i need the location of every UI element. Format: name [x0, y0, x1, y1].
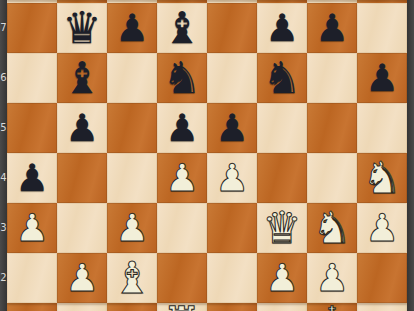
rank-label-3: 3: [0, 223, 7, 233]
square-a1[interactable]: [7, 303, 57, 311]
square-g1[interactable]: ♚: [307, 303, 357, 311]
square-a5[interactable]: [7, 103, 57, 153]
square-b5[interactable]: ♟: [57, 103, 107, 153]
black-queen-b7[interactable]: ♛: [62, 3, 101, 53]
square-e4[interactable]: ♟: [207, 153, 257, 203]
white-knight-h4[interactable]: ♞: [362, 153, 401, 203]
square-d2[interactable]: [157, 253, 207, 303]
black-knight-f6[interactable]: ♞: [262, 53, 301, 103]
black-pawn-e5[interactable]: ♟: [215, 103, 249, 153]
square-c3[interactable]: ♟: [107, 203, 157, 253]
square-b6[interactable]: ♝: [57, 53, 107, 103]
white-pawn-f2[interactable]: ♟: [265, 253, 299, 303]
white-queen-f3[interactable]: ♛: [262, 203, 301, 253]
black-bishop-d7[interactable]: ♝: [162, 3, 201, 53]
square-d6[interactable]: ♞: [157, 53, 207, 103]
square-e3[interactable]: [207, 203, 257, 253]
square-a2[interactable]: [7, 253, 57, 303]
square-b1[interactable]: [57, 303, 107, 311]
square-f7[interactable]: ♟: [257, 3, 307, 53]
black-pawn-f7[interactable]: ♟: [265, 3, 299, 53]
square-h2[interactable]: [357, 253, 407, 303]
square-c7[interactable]: ♟: [107, 3, 157, 53]
black-bishop-b6[interactable]: ♝: [62, 53, 101, 103]
black-pawn-a4[interactable]: ♟: [15, 153, 49, 203]
square-a4[interactable]: ♟: [7, 153, 57, 203]
square-e5[interactable]: ♟: [207, 103, 257, 153]
square-h5[interactable]: [357, 103, 407, 153]
white-pawn-c3[interactable]: ♟: [115, 203, 149, 253]
square-h3[interactable]: ♟: [357, 203, 407, 253]
white-pawn-d4[interactable]: ♟: [165, 153, 199, 203]
square-f5[interactable]: [257, 103, 307, 153]
white-pawn-e4[interactable]: ♟: [215, 153, 249, 203]
square-b7[interactable]: ♛: [57, 3, 107, 53]
square-h4[interactable]: ♞: [357, 153, 407, 203]
black-pawn-g7[interactable]: ♟: [315, 3, 349, 53]
black-pawn-c7[interactable]: ♟: [115, 3, 149, 53]
square-f3[interactable]: ♛: [257, 203, 307, 253]
square-h6[interactable]: ♟: [357, 53, 407, 103]
square-f1[interactable]: [257, 303, 307, 311]
white-pawn-h3[interactable]: ♟: [365, 203, 399, 253]
square-f6[interactable]: ♞: [257, 53, 307, 103]
square-g7[interactable]: ♟: [307, 3, 357, 53]
black-pawn-d5[interactable]: ♟: [165, 103, 199, 153]
square-h1[interactable]: [357, 303, 407, 311]
square-b3[interactable]: [57, 203, 107, 253]
square-g4[interactable]: [307, 153, 357, 203]
square-e6[interactable]: [207, 53, 257, 103]
chess-board: ♛♟♝♟♟♝♞♞♟♟♟♟♟♟♟♞♟♟♛♞♟♟♝♟♟♜♚: [7, 0, 407, 311]
square-b4[interactable]: [57, 153, 107, 203]
square-a7[interactable]: [7, 3, 57, 53]
square-e7[interactable]: [207, 3, 257, 53]
square-c4[interactable]: [107, 153, 157, 203]
square-f4[interactable]: [257, 153, 307, 203]
square-h7[interactable]: [357, 3, 407, 53]
square-a3[interactable]: ♟: [7, 203, 57, 253]
black-pawn-b5[interactable]: ♟: [65, 103, 99, 153]
left-rank-rail: [0, 0, 7, 311]
white-king-g1[interactable]: ♚: [307, 303, 357, 311]
square-d4[interactable]: ♟: [157, 153, 207, 203]
square-c5[interactable]: [107, 103, 157, 153]
rank-label-6: 6: [0, 73, 7, 83]
square-e2[interactable]: [207, 253, 257, 303]
square-e1[interactable]: [207, 303, 257, 311]
rank-label-2: 2: [0, 273, 7, 283]
white-pawn-b2[interactable]: ♟: [65, 253, 99, 303]
rank-label-7: 7: [0, 23, 7, 33]
black-pawn-h6[interactable]: ♟: [365, 53, 399, 103]
square-g2[interactable]: ♟: [307, 253, 357, 303]
square-b2[interactable]: ♟: [57, 253, 107, 303]
square-d3[interactable]: [157, 203, 207, 253]
square-a6[interactable]: [7, 53, 57, 103]
square-d7[interactable]: ♝: [157, 3, 207, 53]
square-c6[interactable]: [107, 53, 157, 103]
chess-board-app: ♛♟♝♟♟♝♞♞♟♟♟♟♟♟♟♞♟♟♛♞♟♟♝♟♟♜♚ 765432: [0, 0, 414, 311]
white-knight-g3[interactable]: ♞: [312, 203, 351, 253]
square-g6[interactable]: [307, 53, 357, 103]
black-knight-d6[interactable]: ♞: [162, 53, 201, 103]
square-d5[interactable]: ♟: [157, 103, 207, 153]
white-bishop-c2[interactable]: ♝: [112, 253, 151, 303]
white-rook-d1[interactable]: ♜: [157, 303, 207, 311]
square-c1[interactable]: [107, 303, 157, 311]
square-g3[interactable]: ♞: [307, 203, 357, 253]
square-f2[interactable]: ♟: [257, 253, 307, 303]
square-c2[interactable]: ♝: [107, 253, 157, 303]
square-g5[interactable]: [307, 103, 357, 153]
white-pawn-a3[interactable]: ♟: [15, 203, 49, 253]
right-rail: [407, 0, 414, 311]
square-d1[interactable]: ♜: [157, 303, 207, 311]
white-pawn-g2[interactable]: ♟: [315, 253, 349, 303]
rank-label-4: 4: [0, 173, 7, 183]
rank-label-5: 5: [0, 123, 7, 133]
